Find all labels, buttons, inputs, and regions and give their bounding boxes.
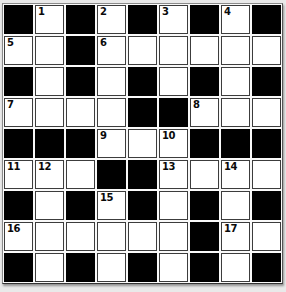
block-cell-r2c3 (66, 36, 95, 65)
cell-r8c6[interactable] (159, 222, 188, 251)
cell-r6c7[interactable] (190, 160, 219, 189)
block-cell-r3c1 (4, 67, 33, 96)
clue-number-8: 8 (193, 99, 199, 111)
cell-r6c1[interactable]: 11 (4, 160, 33, 189)
block-cell-r9c7 (190, 253, 219, 282)
cell-r6c3[interactable] (66, 160, 95, 189)
clue-number-12: 12 (38, 161, 51, 173)
block-cell-r7c5 (128, 191, 157, 220)
block-cell-r5c2 (35, 129, 64, 158)
cell-r6c2[interactable]: 12 (35, 160, 64, 189)
clue-number-6: 6 (100, 37, 106, 49)
cell-r2c8[interactable] (221, 36, 250, 65)
block-cell-r6c4 (97, 160, 126, 189)
clue-number-14: 14 (224, 161, 237, 173)
cell-r6c8[interactable]: 14 (221, 160, 250, 189)
cell-r4c4[interactable] (97, 98, 126, 127)
cell-r3c6[interactable] (159, 67, 188, 96)
cell-r7c8[interactable] (221, 191, 250, 220)
block-cell-r1c5 (128, 5, 157, 34)
clue-number-13: 13 (162, 161, 175, 173)
clue-number-17: 17 (224, 223, 237, 235)
cell-r3c2[interactable] (35, 67, 64, 96)
cell-r1c8[interactable]: 4 (221, 5, 250, 34)
cell-r2c2[interactable] (35, 36, 64, 65)
cell-r4c3[interactable] (66, 98, 95, 127)
block-cell-r9c1 (4, 253, 33, 282)
block-cell-r5c1 (4, 129, 33, 158)
cell-r6c6[interactable]: 13 (159, 160, 188, 189)
clue-number-3: 3 (162, 6, 168, 18)
block-cell-r9c9 (252, 253, 281, 282)
cell-r3c4[interactable] (97, 67, 126, 96)
cell-r6c9[interactable] (252, 160, 281, 189)
block-cell-r7c7 (190, 191, 219, 220)
block-cell-r5c8 (221, 129, 250, 158)
block-cell-r7c9 (252, 191, 281, 220)
cell-r7c4[interactable]: 15 (97, 191, 126, 220)
cell-r2c9[interactable] (252, 36, 281, 65)
block-cell-r7c3 (66, 191, 95, 220)
cell-r4c7[interactable]: 8 (190, 98, 219, 127)
clue-number-1: 1 (38, 6, 44, 18)
cell-r8c5[interactable] (128, 222, 157, 251)
block-cell-r6c5 (128, 160, 157, 189)
cell-r2c5[interactable] (128, 36, 157, 65)
block-cell-r3c7 (190, 67, 219, 96)
crossword-board: 1234567891011121314151617 (2, 3, 283, 284)
cell-r1c2[interactable]: 1 (35, 5, 64, 34)
cell-r2c6[interactable] (159, 36, 188, 65)
clue-number-16: 16 (7, 223, 20, 235)
cell-r3c8[interactable] (221, 67, 250, 96)
clue-number-15: 15 (100, 192, 113, 204)
cell-r8c1[interactable]: 16 (4, 222, 33, 251)
block-cell-r3c9 (252, 67, 281, 96)
block-cell-r1c3 (66, 5, 95, 34)
cell-r4c8[interactable] (221, 98, 250, 127)
cell-r2c1[interactable]: 5 (4, 36, 33, 65)
cell-r9c2[interactable] (35, 253, 64, 282)
cell-r1c4[interactable]: 2 (97, 5, 126, 34)
block-cell-r3c5 (128, 67, 157, 96)
cell-r1c6[interactable]: 3 (159, 5, 188, 34)
block-cell-r1c1 (4, 5, 33, 34)
block-cell-r8c7 (190, 222, 219, 251)
clue-number-2: 2 (100, 6, 106, 18)
cell-r7c6[interactable] (159, 191, 188, 220)
block-cell-r1c7 (190, 5, 219, 34)
clue-number-4: 4 (224, 6, 230, 18)
clue-number-10: 10 (162, 130, 175, 142)
cell-r8c3[interactable] (66, 222, 95, 251)
cell-r7c2[interactable] (35, 191, 64, 220)
block-cell-r4c5 (128, 98, 157, 127)
block-cell-r5c3 (66, 129, 95, 158)
cell-r9c4[interactable] (97, 253, 126, 282)
block-cell-r1c9 (252, 5, 281, 34)
block-cell-r9c3 (66, 253, 95, 282)
cell-r4c9[interactable] (252, 98, 281, 127)
block-cell-r9c5 (128, 253, 157, 282)
cell-r9c6[interactable] (159, 253, 188, 282)
clue-number-9: 9 (100, 130, 106, 142)
crossword-grid: 1234567891011121314151617 (4, 5, 281, 282)
cell-r8c9[interactable] (252, 222, 281, 251)
block-cell-r5c9 (252, 129, 281, 158)
block-cell-r7c1 (4, 191, 33, 220)
cell-r4c1[interactable]: 7 (4, 98, 33, 127)
cell-r5c5[interactable] (128, 129, 157, 158)
cell-r5c4[interactable]: 9 (97, 129, 126, 158)
block-cell-r4c6 (159, 98, 188, 127)
cell-r2c7[interactable] (190, 36, 219, 65)
block-cell-r3c3 (66, 67, 95, 96)
cell-r4c2[interactable] (35, 98, 64, 127)
cell-r5c6[interactable]: 10 (159, 129, 188, 158)
block-cell-r5c7 (190, 129, 219, 158)
cell-r8c4[interactable] (97, 222, 126, 251)
cell-r9c8[interactable] (221, 253, 250, 282)
clue-number-5: 5 (7, 37, 13, 49)
clue-number-11: 11 (7, 161, 20, 173)
cell-r2c4[interactable]: 6 (97, 36, 126, 65)
cell-r8c8[interactable]: 17 (221, 222, 250, 251)
clue-number-7: 7 (7, 99, 13, 111)
cell-r8c2[interactable] (35, 222, 64, 251)
